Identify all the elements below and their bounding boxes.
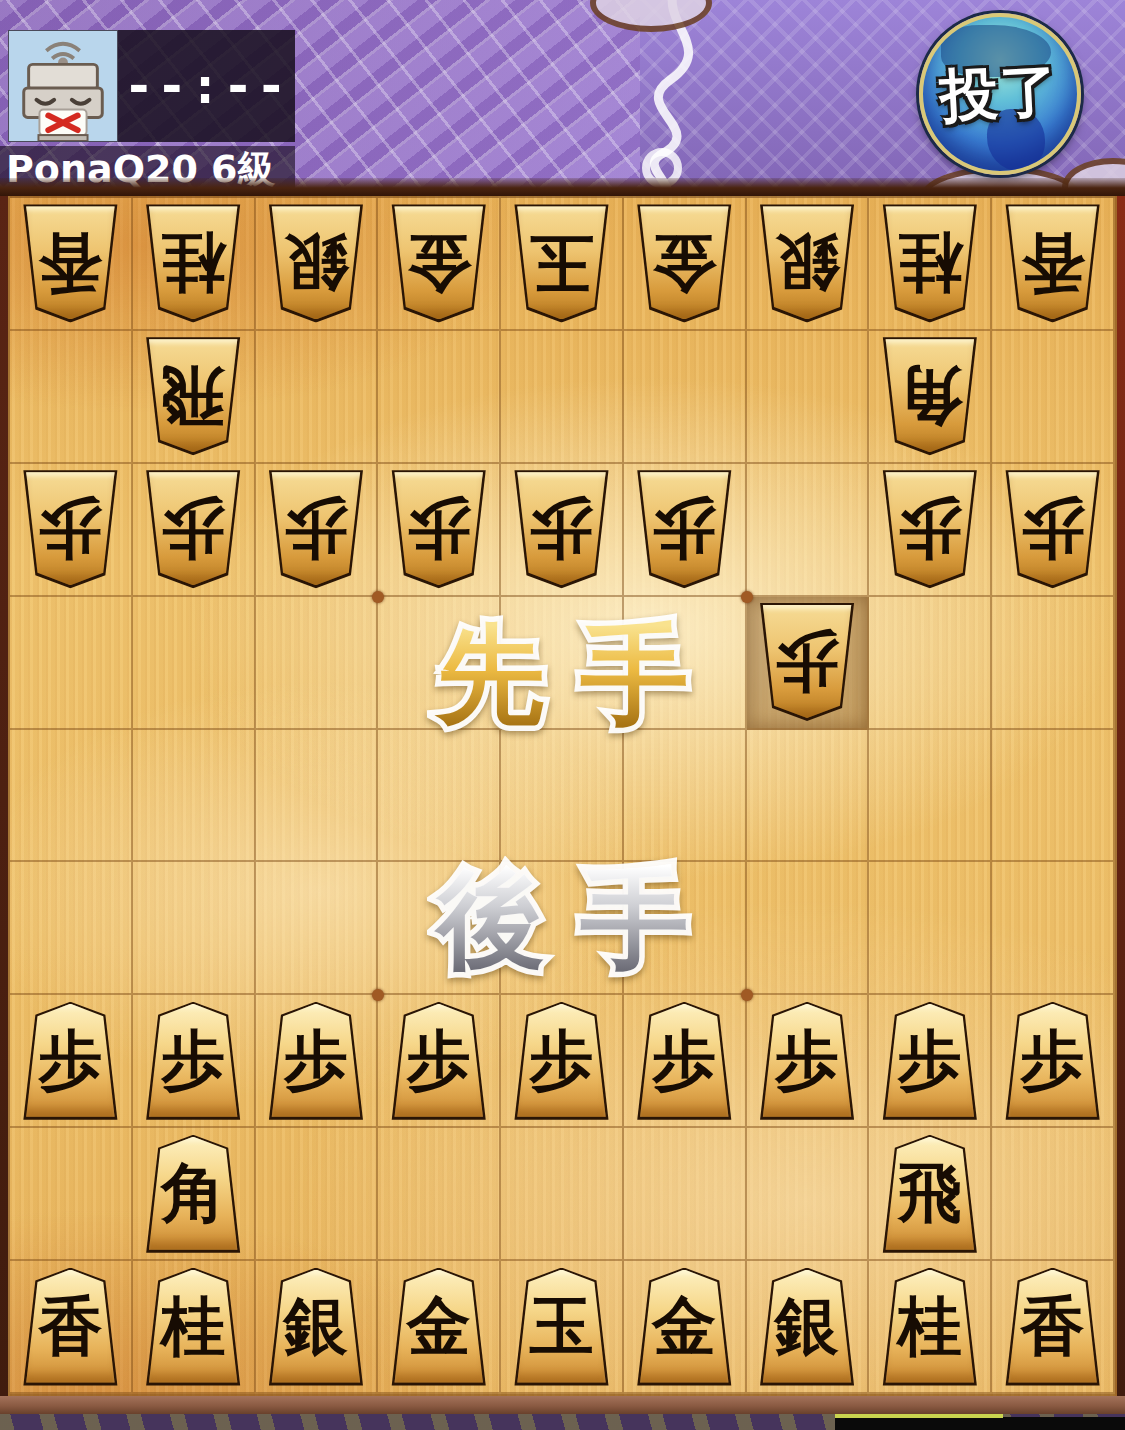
piece-歩-bottom[interactable]: 歩 [20,1002,120,1120]
piece-玉-bottom[interactable]: 玉 [511,1268,611,1386]
square-4-4[interactable] [378,597,501,730]
piece-kanji: 歩 [284,497,348,561]
piece-kanji: 歩 [775,630,839,694]
piece-face: 歩 [514,472,608,585]
square-6-6[interactable] [624,862,747,995]
piece-face: 歩 [883,1004,977,1117]
square-2-2[interactable]: 飛 [133,331,256,464]
piece-kanji: 歩 [407,1028,471,1092]
opponent-avatar [8,30,118,142]
piece-face: 歩 [1006,1004,1100,1117]
square-6-9[interactable] [992,862,1115,995]
square-7-5[interactable]: 歩 [501,995,624,1128]
piece-kanji: 歩 [284,1028,348,1092]
piece-face: 歩 [23,472,117,585]
piece-香-top[interactable]: 香 [20,204,120,322]
square-5-4[interactable] [378,730,501,863]
square-7-3[interactable]: 歩 [256,995,379,1128]
piece-face: 桂 [146,1270,240,1383]
piece-face: 歩 [392,1004,486,1117]
square-5-3[interactable] [256,730,379,863]
piece-kanji: 歩 [161,497,225,561]
piece-kanji: 香 [38,1294,102,1358]
square-2-6[interactable] [624,331,747,464]
top-bar: --:-- PonaQ20 6級 投了 [0,0,1125,188]
piece-歩-top[interactable]: 歩 [880,470,980,588]
self-panel-edge [835,1417,1125,1430]
piece-kanji: 歩 [161,1028,225,1092]
square-3-3[interactable]: 歩 [256,464,379,597]
piece-銀-top[interactable]: 銀 [757,204,857,322]
piece-face: 銀 [269,1270,363,1383]
piece-face: 銀 [269,206,363,319]
self-panel-accent [835,1414,1003,1418]
piece-銀-top[interactable]: 銀 [266,204,366,322]
piece-歩-top[interactable]: 歩 [389,470,489,588]
square-8-1[interactable] [10,1128,133,1261]
piece-face: 歩 [760,1004,854,1117]
piece-kanji: 歩 [38,497,102,561]
piece-face: 香 [1006,1270,1100,1383]
piece-face: 金 [392,206,486,319]
piece-銀-bottom[interactable]: 銀 [757,1268,857,1386]
square-1-4[interactable]: 金 [378,198,501,331]
square-3-7[interactable] [747,464,870,597]
piece-face: 銀 [760,206,854,319]
square-7-4[interactable]: 歩 [378,995,501,1128]
piece-歩-bottom[interactable]: 歩 [880,1002,980,1120]
piece-kanji: 角 [898,364,962,428]
square-9-5[interactable]: 玉 [501,1261,624,1394]
piece-face: 香 [23,206,117,319]
piece-桂-bottom[interactable]: 桂 [880,1268,980,1386]
piece-face: 歩 [146,1004,240,1117]
piece-face: 桂 [146,206,240,319]
opponent-timer: --:-- [118,30,295,142]
piece-face: 歩 [269,472,363,585]
square-4-5[interactable] [501,597,624,730]
resign-button[interactable]: 投了 [919,13,1081,175]
piece-歩-top[interactable]: 歩 [143,470,243,588]
square-2-9[interactable] [992,331,1115,464]
piece-face: 歩 [637,1004,731,1117]
piece-kanji: 金 [407,231,471,295]
square-5-8[interactable] [869,730,992,863]
piece-歩-bottom[interactable]: 歩 [511,1002,611,1120]
square-9-1[interactable]: 香 [10,1261,133,1394]
piece-kanji: 玉 [529,231,593,295]
piece-face: 金 [637,1270,731,1383]
board-frame-bottom [0,1396,1125,1414]
square-9-7[interactable]: 銀 [747,1261,870,1394]
piece-kanji: 歩 [407,497,471,561]
piece-金-bottom[interactable]: 金 [389,1268,489,1386]
square-1-9[interactable]: 香 [992,198,1115,331]
square-2-1[interactable] [10,331,133,464]
square-5-6[interactable] [624,730,747,863]
square-7-1[interactable]: 歩 [10,995,133,1128]
piece-歩-top[interactable]: 歩 [20,470,120,588]
piece-kanji: 金 [652,231,716,295]
piece-kanji: 銀 [775,1294,839,1358]
robot-avatar-icon [9,31,117,141]
square-2-5[interactable] [501,331,624,464]
square-4-3[interactable] [256,597,379,730]
piece-face: 歩 [514,1004,608,1117]
square-8-8[interactable]: 飛 [869,1128,992,1261]
piece-金-top[interactable]: 金 [634,204,734,322]
piece-kanji: 歩 [652,497,716,561]
square-7-8[interactable]: 歩 [869,995,992,1128]
square-5-9[interactable] [992,730,1115,863]
piece-kanji: 桂 [161,231,225,295]
piece-face: 金 [637,206,731,319]
piece-歩-bottom[interactable]: 歩 [143,1002,243,1120]
square-4-9[interactable] [992,597,1115,730]
star-point [372,591,384,603]
piece-歩-bottom[interactable]: 歩 [634,1002,734,1120]
piece-桂-top[interactable]: 桂 [880,204,980,322]
square-8-7[interactable] [747,1128,870,1261]
square-3-6[interactable]: 歩 [624,464,747,597]
piece-face: 桂 [883,206,977,319]
square-8-2[interactable]: 角 [133,1128,256,1261]
piece-face: 桂 [883,1270,977,1383]
piece-face: 飛 [883,1137,977,1250]
square-4-1[interactable] [10,597,133,730]
piece-kanji: 歩 [652,1028,716,1092]
square-1-8[interactable]: 桂 [869,198,992,331]
piece-kanji: 桂 [898,231,962,295]
piece-kanji: 金 [652,1294,716,1358]
piece-face: 金 [392,1270,486,1383]
square-9-4[interactable]: 金 [378,1261,501,1394]
board-top-edge [0,178,1125,196]
square-4-6[interactable] [624,597,747,730]
piece-face: 歩 [760,605,854,718]
piece-歩-bottom[interactable]: 歩 [266,1002,366,1120]
square-4-8[interactable] [869,597,992,730]
piece-kanji: 飛 [898,1161,962,1225]
piece-kanji: 香 [38,231,102,295]
square-6-5[interactable] [501,862,624,995]
piece-face: 香 [23,1270,117,1383]
piece-歩-top[interactable]: 歩 [511,470,611,588]
piece-face: 玉 [514,1270,608,1383]
square-7-2[interactable]: 歩 [133,995,256,1128]
square-7-9[interactable]: 歩 [992,995,1115,1128]
square-1-6[interactable]: 金 [624,198,747,331]
square-6-8[interactable] [869,862,992,995]
square-8-5[interactable] [501,1128,624,1261]
piece-kanji: 香 [1021,231,1085,295]
piece-face: 歩 [883,472,977,585]
piece-銀-bottom[interactable]: 銀 [266,1268,366,1386]
piece-歩-top[interactable]: 歩 [1003,470,1103,588]
piece-kanji: 歩 [529,1028,593,1092]
square-9-9[interactable]: 香 [992,1261,1115,1394]
piece-飛-top[interactable]: 飛 [143,337,243,455]
square-5-1[interactable] [10,730,133,863]
piece-face: 玉 [514,206,608,319]
board-grid: 香桂銀金玉金銀桂香飛角歩歩歩歩歩歩歩歩歩歩歩歩歩歩歩歩歩歩角飛香桂銀金玉金銀桂香 [8,196,1117,1396]
piece-kanji: 歩 [898,1028,962,1092]
piece-kanji: 歩 [1021,1028,1085,1092]
piece-kanji: 角 [161,1161,225,1225]
square-3-8[interactable]: 歩 [869,464,992,597]
piece-香-bottom[interactable]: 香 [1003,1268,1103,1386]
piece-金-bottom[interactable]: 金 [634,1268,734,1386]
square-1-1[interactable]: 香 [10,198,133,331]
piece-kanji: 銀 [775,231,839,295]
piece-kanji: 歩 [529,497,593,561]
piece-kanji: 飛 [161,364,225,428]
piece-歩-top[interactable]: 歩 [266,470,366,588]
piece-face: 銀 [760,1270,854,1383]
square-3-9[interactable]: 歩 [992,464,1115,597]
piece-kanji: 桂 [161,1294,225,1358]
piece-歩-top[interactable]: 歩 [757,603,857,721]
square-1-7[interactable]: 銀 [747,198,870,331]
piece-kanji: 歩 [1021,497,1085,561]
square-6-3[interactable] [256,862,379,995]
piece-歩-bottom[interactable]: 歩 [389,1002,489,1120]
square-3-5[interactable]: 歩 [501,464,624,597]
piece-kanji: 歩 [898,497,962,561]
square-4-2[interactable] [133,597,256,730]
piece-香-bottom[interactable]: 香 [20,1268,120,1386]
square-7-6[interactable]: 歩 [624,995,747,1128]
square-5-2[interactable] [133,730,256,863]
square-8-3[interactable] [256,1128,379,1261]
piece-kanji: 桂 [898,1294,962,1358]
piece-face: 香 [1006,206,1100,319]
piece-kanji: 銀 [284,1294,348,1358]
square-8-4[interactable] [378,1128,501,1261]
piece-kanji: 金 [407,1294,471,1358]
board-frame-left [0,196,8,1396]
opponent-timer-value: --:-- [124,57,290,115]
piece-face: 歩 [146,472,240,585]
square-9-8[interactable]: 桂 [869,1261,992,1394]
board-frame-right [1117,196,1125,1396]
square-2-3[interactable] [256,331,379,464]
square-3-4[interactable]: 歩 [378,464,501,597]
square-3-2[interactable]: 歩 [133,464,256,597]
piece-kanji: 銀 [284,231,348,295]
square-8-6[interactable] [624,1128,747,1261]
square-2-4[interactable] [378,331,501,464]
square-5-5[interactable] [501,730,624,863]
piece-桂-top[interactable]: 桂 [143,204,243,322]
square-1-3[interactable]: 銀 [256,198,379,331]
square-7-7[interactable]: 歩 [747,995,870,1128]
square-2-8[interactable]: 角 [869,331,992,464]
piece-香-top[interactable]: 香 [1003,204,1103,322]
piece-kanji: 玉 [529,1294,593,1358]
piece-歩-bottom[interactable]: 歩 [757,1002,857,1120]
piece-face: 歩 [23,1004,117,1117]
square-3-1[interactable]: 歩 [10,464,133,597]
piece-角-bottom[interactable]: 角 [143,1135,243,1253]
square-6-2[interactable] [133,862,256,995]
square-2-7[interactable] [747,331,870,464]
piece-玉-top[interactable]: 玉 [511,204,611,322]
piece-飛-bottom[interactable]: 飛 [880,1135,980,1253]
resign-button-label: 投了 [919,13,1081,175]
piece-kanji: 歩 [775,1028,839,1092]
piece-face: 歩 [269,1004,363,1117]
square-5-7[interactable] [747,730,870,863]
square-1-2[interactable]: 桂 [133,198,256,331]
square-4-7[interactable]: 歩 [747,597,870,730]
piece-face: 角 [883,339,977,452]
piece-face: 歩 [392,472,486,585]
star-point [741,591,753,603]
square-1-5[interactable]: 玉 [501,198,624,331]
square-6-1[interactable] [10,862,133,995]
piece-face: 飛 [146,339,240,452]
square-6-7[interactable] [747,862,870,995]
square-9-3[interactable]: 銀 [256,1261,379,1394]
piece-金-top[interactable]: 金 [389,204,489,322]
piece-face: 歩 [637,472,731,585]
piece-kanji: 香 [1021,1294,1085,1358]
piece-桂-bottom[interactable]: 桂 [143,1268,243,1386]
shogi-app: --:-- PonaQ20 6級 投了 香桂銀金玉金銀桂香飛角歩歩歩歩歩歩歩歩歩… [0,0,1125,1430]
square-8-9[interactable] [992,1128,1115,1261]
piece-歩-bottom[interactable]: 歩 [1003,1002,1103,1120]
square-6-4[interactable] [378,862,501,995]
piece-kanji: 歩 [38,1028,102,1092]
piece-face: 歩 [1006,472,1100,585]
piece-face: 角 [146,1137,240,1250]
square-9-2[interactable]: 桂 [133,1261,256,1394]
star-point [741,989,753,1001]
piece-歩-top[interactable]: 歩 [634,470,734,588]
piece-角-top[interactable]: 角 [880,337,980,455]
square-9-6[interactable]: 金 [624,1261,747,1394]
